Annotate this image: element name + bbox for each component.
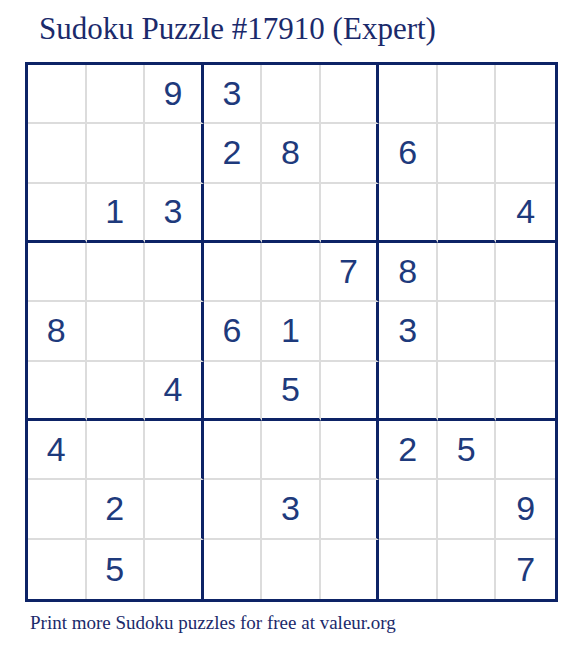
cell-r8c2[interactable]: 2	[87, 480, 146, 539]
cell-r9c6[interactable]	[321, 540, 380, 599]
cell-r8c9[interactable]: 9	[496, 480, 555, 539]
cell-r1c5[interactable]	[262, 65, 321, 124]
cell-r7c6[interactable]	[321, 421, 380, 480]
cell-r3c8[interactable]	[438, 184, 497, 243]
cell-r2c2[interactable]	[87, 124, 146, 183]
cell-r2c1[interactable]	[28, 124, 87, 183]
cell-r3c3[interactable]: 3	[145, 184, 204, 243]
cell-r4c1[interactable]	[28, 243, 87, 302]
cell-r1c6[interactable]	[321, 65, 380, 124]
cell-r5c2[interactable]	[87, 302, 146, 361]
cell-r8c5[interactable]: 3	[262, 480, 321, 539]
cell-r1c9[interactable]	[496, 65, 555, 124]
cell-r5c7[interactable]: 3	[379, 302, 438, 361]
cell-r3c1[interactable]	[28, 184, 87, 243]
cell-r4c6[interactable]: 7	[321, 243, 380, 302]
cell-r4c5[interactable]	[262, 243, 321, 302]
footer-text: Print more Sudoku puzzles for free at va…	[30, 612, 396, 634]
cell-r4c7[interactable]: 8	[379, 243, 438, 302]
cell-r2c7[interactable]: 6	[379, 124, 438, 183]
cell-r5c4[interactable]: 6	[204, 302, 263, 361]
cell-r8c6[interactable]	[321, 480, 380, 539]
cell-r9c9[interactable]: 7	[496, 540, 555, 599]
cell-r7c8[interactable]: 5	[438, 421, 497, 480]
cell-r2c4[interactable]: 2	[204, 124, 263, 183]
cell-r3c5[interactable]	[262, 184, 321, 243]
cell-r6c5[interactable]: 5	[262, 362, 321, 421]
cell-r6c8[interactable]	[438, 362, 497, 421]
cell-r5c6[interactable]	[321, 302, 380, 361]
cell-r7c3[interactable]	[145, 421, 204, 480]
cell-r2c5[interactable]: 8	[262, 124, 321, 183]
cell-r8c8[interactable]	[438, 480, 497, 539]
cell-r6c9[interactable]	[496, 362, 555, 421]
cell-r6c4[interactable]	[204, 362, 263, 421]
cell-r8c3[interactable]	[145, 480, 204, 539]
cell-r9c1[interactable]	[28, 540, 87, 599]
cell-r5c1[interactable]: 8	[28, 302, 87, 361]
cell-r2c8[interactable]	[438, 124, 497, 183]
cell-r2c3[interactable]	[145, 124, 204, 183]
cell-r1c1[interactable]	[28, 65, 87, 124]
cell-r9c7[interactable]	[379, 540, 438, 599]
cell-r1c8[interactable]	[438, 65, 497, 124]
cell-r5c3[interactable]	[145, 302, 204, 361]
cell-r1c2[interactable]	[87, 65, 146, 124]
cell-r9c3[interactable]	[145, 540, 204, 599]
cell-r8c1[interactable]	[28, 480, 87, 539]
cell-r4c3[interactable]	[145, 243, 204, 302]
cell-r1c3[interactable]: 9	[145, 65, 204, 124]
sudoku-board: 932861347886134542523957	[25, 62, 558, 602]
cell-r5c8[interactable]	[438, 302, 497, 361]
cell-r3c7[interactable]	[379, 184, 438, 243]
page-title: Sudoku Puzzle #17910 (Expert)	[39, 11, 436, 47]
cell-r1c4[interactable]: 3	[204, 65, 263, 124]
cell-r7c2[interactable]	[87, 421, 146, 480]
cell-r9c8[interactable]	[438, 540, 497, 599]
cell-r7c5[interactable]	[262, 421, 321, 480]
cell-r7c1[interactable]: 4	[28, 421, 87, 480]
cell-r6c6[interactable]	[321, 362, 380, 421]
cell-r3c9[interactable]: 4	[496, 184, 555, 243]
cell-r2c6[interactable]	[321, 124, 380, 183]
cell-r7c4[interactable]	[204, 421, 263, 480]
cell-r6c2[interactable]	[87, 362, 146, 421]
cell-r2c9[interactable]	[496, 124, 555, 183]
cell-r5c9[interactable]	[496, 302, 555, 361]
cell-r3c2[interactable]: 1	[87, 184, 146, 243]
cell-r7c7[interactable]: 2	[379, 421, 438, 480]
cell-r4c2[interactable]	[87, 243, 146, 302]
cell-r6c1[interactable]	[28, 362, 87, 421]
cell-r5c5[interactable]: 1	[262, 302, 321, 361]
cell-r4c8[interactable]	[438, 243, 497, 302]
cell-r6c7[interactable]	[379, 362, 438, 421]
cell-r8c7[interactable]	[379, 480, 438, 539]
cell-r7c9[interactable]	[496, 421, 555, 480]
cell-r4c4[interactable]	[204, 243, 263, 302]
cell-r8c4[interactable]	[204, 480, 263, 539]
cell-r1c7[interactable]	[379, 65, 438, 124]
cell-r4c9[interactable]	[496, 243, 555, 302]
cell-r9c4[interactable]	[204, 540, 263, 599]
cell-r3c6[interactable]	[321, 184, 380, 243]
cell-r6c3[interactable]: 4	[145, 362, 204, 421]
cell-r9c2[interactable]: 5	[87, 540, 146, 599]
cell-r3c4[interactable]	[204, 184, 263, 243]
cell-r9c5[interactable]	[262, 540, 321, 599]
